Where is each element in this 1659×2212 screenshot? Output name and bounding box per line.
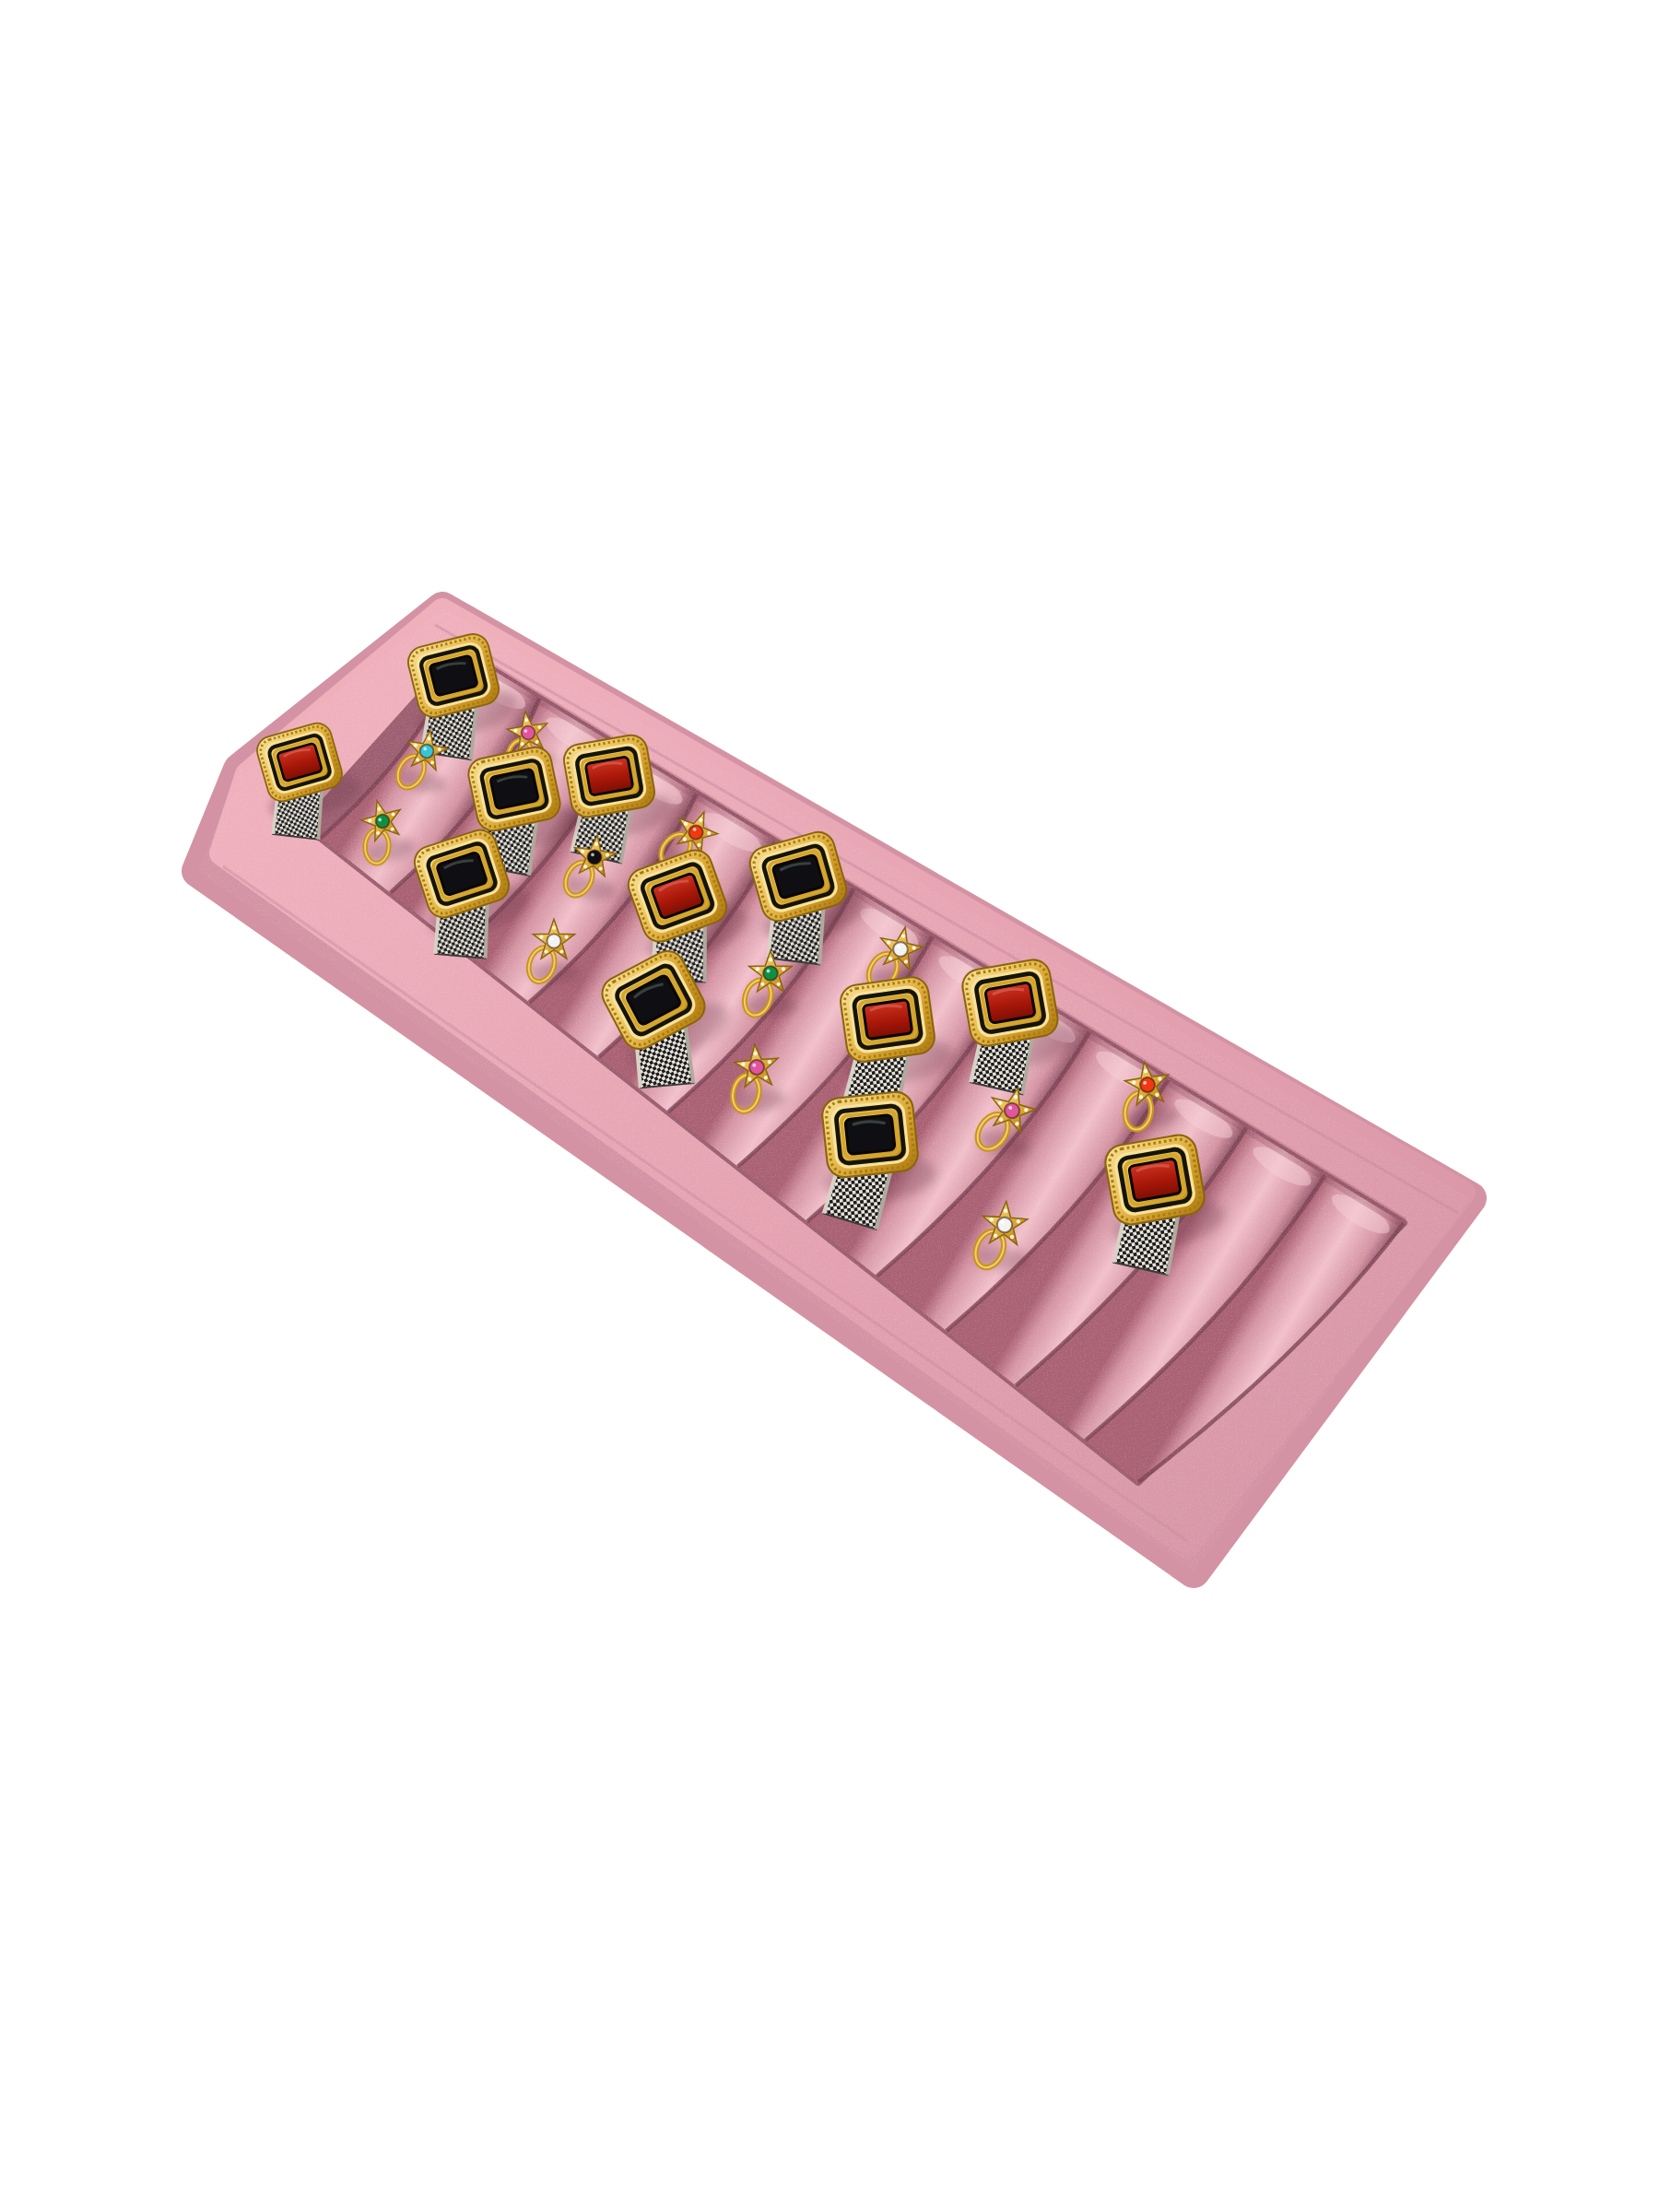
ring-tray-scene xyxy=(0,0,1659,2212)
star-stone xyxy=(748,1059,764,1075)
star-stone xyxy=(521,725,536,741)
product-photo xyxy=(0,0,1659,2212)
signet-stone xyxy=(490,769,539,809)
star-stone xyxy=(586,849,602,865)
star-stone xyxy=(1139,1077,1156,1093)
star-stone xyxy=(996,1217,1012,1232)
star-stone xyxy=(763,966,778,981)
star-stone xyxy=(547,934,560,947)
